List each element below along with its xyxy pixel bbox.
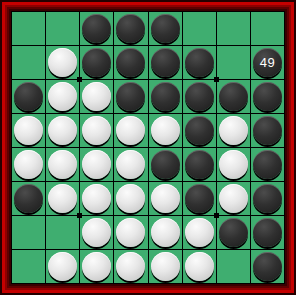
board-dot [214, 213, 219, 218]
white-disc [48, 184, 77, 213]
cell-b8[interactable] [46, 250, 79, 283]
white-disc [48, 150, 77, 179]
cell-f1[interactable] [183, 12, 216, 45]
cell-c8[interactable] [80, 250, 113, 283]
cell-f2[interactable] [183, 46, 216, 79]
white-disc [82, 150, 111, 179]
cell-h5[interactable] [251, 148, 284, 181]
cell-d3[interactable] [114, 80, 147, 113]
black-disc [253, 252, 282, 281]
white-disc [14, 150, 43, 179]
cell-a5[interactable] [12, 148, 45, 181]
black-disc [151, 150, 180, 179]
white-disc [82, 184, 111, 213]
cell-g6[interactable] [217, 182, 250, 215]
cell-b6[interactable] [46, 182, 79, 215]
cell-d4[interactable] [114, 114, 147, 147]
cell-f5[interactable] [183, 148, 216, 181]
white-disc [116, 252, 145, 281]
cell-d8[interactable] [114, 250, 147, 283]
cell-c2[interactable] [80, 46, 113, 79]
cell-c1[interactable] [80, 12, 113, 45]
white-disc [116, 218, 145, 247]
white-disc [14, 116, 43, 145]
cell-h8[interactable] [251, 250, 284, 283]
cell-c5[interactable] [80, 148, 113, 181]
move-number-label: 49 [260, 56, 275, 69]
cell-d7[interactable] [114, 216, 147, 249]
cell-g2[interactable] [217, 46, 250, 79]
cell-h2[interactable]: 49 [251, 46, 284, 79]
white-disc [82, 252, 111, 281]
cell-c3[interactable] [80, 80, 113, 113]
cell-g4[interactable] [217, 114, 250, 147]
cell-e6[interactable] [149, 182, 182, 215]
cell-a7[interactable] [12, 216, 45, 249]
cell-g3[interactable] [217, 80, 250, 113]
cell-e5[interactable] [149, 148, 182, 181]
white-disc [151, 218, 180, 247]
board-dot [77, 77, 82, 82]
black-disc [151, 82, 180, 111]
othello-board: 49 [11, 11, 285, 284]
white-disc [48, 82, 77, 111]
cell-b4[interactable] [46, 114, 79, 147]
white-disc [219, 184, 248, 213]
cell-g7[interactable] [217, 216, 250, 249]
black-disc [185, 150, 214, 179]
cell-f4[interactable] [183, 114, 216, 147]
white-disc [151, 184, 180, 213]
black-disc [219, 218, 248, 247]
black-disc [253, 150, 282, 179]
cell-e7[interactable] [149, 216, 182, 249]
white-disc [151, 252, 180, 281]
cell-h3[interactable] [251, 80, 284, 113]
black-disc [116, 82, 145, 111]
cell-d2[interactable] [114, 46, 147, 79]
cell-e2[interactable] [149, 46, 182, 79]
black-disc [253, 184, 282, 213]
cell-h1[interactable] [251, 12, 284, 45]
black-disc [253, 116, 282, 145]
cell-a3[interactable] [12, 80, 45, 113]
white-disc [48, 116, 77, 145]
cell-a4[interactable] [12, 114, 45, 147]
white-disc [116, 116, 145, 145]
white-disc [48, 48, 77, 77]
black-disc [219, 82, 248, 111]
black-disc [151, 48, 180, 77]
black-disc [82, 48, 111, 77]
cell-a1[interactable] [12, 12, 45, 45]
white-disc [219, 150, 248, 179]
white-disc [151, 116, 180, 145]
black-disc [151, 14, 180, 43]
frame-ring-bright: 49 [2, 2, 294, 293]
cell-a6[interactable] [12, 182, 45, 215]
white-disc [82, 218, 111, 247]
white-disc [82, 82, 111, 111]
white-disc [219, 116, 248, 145]
cell-b3[interactable] [46, 80, 79, 113]
board-dot [214, 77, 219, 82]
black-disc [185, 116, 214, 145]
frame-ring-mid: 49 [5, 5, 291, 290]
black-disc [14, 82, 43, 111]
cell-f3[interactable] [183, 80, 216, 113]
cell-h6[interactable] [251, 182, 284, 215]
black-disc [185, 48, 214, 77]
black-disc [116, 14, 145, 43]
white-disc [48, 252, 77, 281]
frame-ring-dark: 49 [7, 7, 289, 288]
black-disc [185, 82, 214, 111]
cell-b7[interactable] [46, 216, 79, 249]
cell-e8[interactable] [149, 250, 182, 283]
cell-e1[interactable] [149, 12, 182, 45]
cell-a8[interactable] [12, 250, 45, 283]
cell-f7[interactable] [183, 216, 216, 249]
cell-h4[interactable] [251, 114, 284, 147]
black-disc [14, 184, 43, 213]
white-disc [185, 218, 214, 247]
black-disc: 49 [253, 48, 282, 77]
white-disc [116, 184, 145, 213]
board-dot [77, 213, 82, 218]
white-disc [82, 116, 111, 145]
cell-b2[interactable] [46, 46, 79, 79]
cell-e3[interactable] [149, 80, 182, 113]
cell-f8[interactable] [183, 250, 216, 283]
black-disc [116, 48, 145, 77]
frame-ring-inner: 49 [9, 9, 287, 286]
black-disc [253, 82, 282, 111]
cell-a2[interactable] [12, 46, 45, 79]
white-disc [116, 150, 145, 179]
cell-d1[interactable] [114, 12, 147, 45]
cell-b1[interactable] [46, 12, 79, 45]
cell-b5[interactable] [46, 148, 79, 181]
cell-g8[interactable] [217, 250, 250, 283]
cell-d6[interactable] [114, 182, 147, 215]
cell-c6[interactable] [80, 182, 113, 215]
cell-c7[interactable] [80, 216, 113, 249]
black-disc [82, 14, 111, 43]
cell-e4[interactable] [149, 114, 182, 147]
black-disc [185, 184, 214, 213]
cell-d5[interactable] [114, 148, 147, 181]
cell-g5[interactable] [217, 148, 250, 181]
cell-c4[interactable] [80, 114, 113, 147]
cell-g1[interactable] [217, 12, 250, 45]
board-frame: 49 [0, 0, 296, 295]
cell-h7[interactable] [251, 216, 284, 249]
cell-f6[interactable] [183, 182, 216, 215]
black-disc [253, 218, 282, 247]
white-disc [185, 252, 214, 281]
